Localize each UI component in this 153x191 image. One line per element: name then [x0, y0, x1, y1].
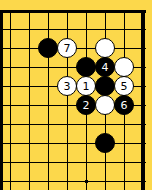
intersection-r17 [96, 39, 115, 58]
board-intersections: 7431526 [1, 1, 153, 191]
white-stone-r17 [95, 38, 115, 58]
intersection-s14: 6 [115, 96, 134, 115]
black-stone-r16-move-4: 4 [95, 57, 115, 77]
intersection-r14 [96, 96, 115, 115]
white-stone-s16 [114, 57, 134, 77]
white-stone-s15-move-5: 5 [114, 76, 134, 96]
intersection-r15 [96, 77, 115, 96]
star-point-q10 [77, 172, 96, 191]
intersection-q15: 1 [77, 77, 96, 96]
white-stone-q15-move-1: 1 [76, 76, 96, 96]
star-point-dot [85, 180, 88, 183]
black-stone-r15 [95, 76, 115, 96]
white-stone-r14 [95, 95, 115, 115]
intersection-o17 [39, 39, 58, 58]
white-stone-p17-move-7: 7 [57, 38, 77, 58]
intersection-p15: 3 [58, 77, 77, 96]
intersection-r16: 4 [96, 58, 115, 77]
black-stone-q14-move-2: 2 [76, 95, 96, 115]
black-stone-q16 [76, 57, 96, 77]
black-stone-r12 [95, 133, 115, 153]
intersection-p17: 7 [58, 39, 77, 58]
go-board-diagram: 7431526 [0, 0, 152, 190]
intersection-q16 [77, 58, 96, 77]
intersection-r12 [96, 134, 115, 153]
intersection-s15: 5 [115, 77, 134, 96]
intersection-s16 [115, 58, 134, 77]
black-stone-o17 [38, 38, 58, 58]
intersection-q14: 2 [77, 96, 96, 115]
white-stone-p15-move-3: 3 [57, 76, 77, 96]
black-stone-s14-move-6: 6 [114, 95, 134, 115]
